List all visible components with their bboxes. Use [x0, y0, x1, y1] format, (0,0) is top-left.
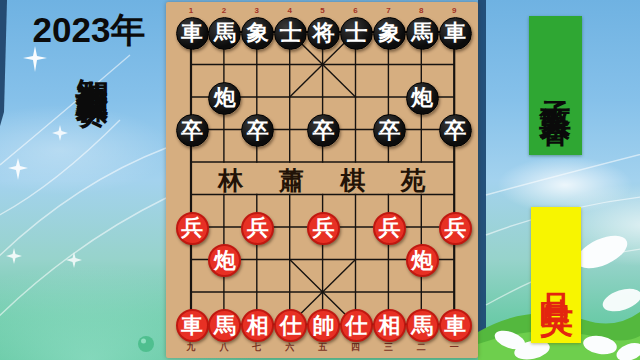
piece-red-相[interactable]: 相 — [373, 309, 406, 342]
top-coord-label: 3 — [248, 6, 266, 15]
piece-black-卒[interactable]: 卒 — [439, 114, 472, 147]
top-coord-label: 7 — [379, 6, 397, 15]
piece-black-士[interactable]: 士 — [274, 17, 307, 50]
bottom-coord-label: 四 — [347, 341, 365, 354]
piece-black-車[interactable]: 車 — [439, 17, 472, 50]
player-bottom-banner: 吕叶昊 — [531, 207, 581, 343]
piece-red-兵[interactable]: 兵 — [176, 212, 209, 245]
piece-red-兵[interactable]: 兵 — [439, 212, 472, 245]
tournament-title: 2023年 智力运动会象棋赛 — [18, 12, 160, 47]
piece-red-兵[interactable]: 兵 — [373, 212, 406, 245]
piece-red-仕[interactable]: 仕 — [340, 309, 373, 342]
bottom-coord-label: 八 — [215, 341, 233, 354]
piece-black-馬[interactable]: 馬 — [406, 17, 439, 50]
tournament-year: 2023年 — [18, 12, 160, 47]
tournament-name-vertical: 智力运动会象棋赛 — [72, 52, 112, 352]
top-coord-label: 9 — [445, 6, 463, 15]
piece-red-帥[interactable]: 帥 — [307, 309, 340, 342]
piece-black-士[interactable]: 士 — [340, 17, 373, 50]
top-coord-label: 2 — [215, 6, 233, 15]
piece-black-象[interactable]: 象 — [373, 17, 406, 50]
bottom-coord-label: 三 — [379, 341, 397, 354]
piece-black-象[interactable]: 象 — [241, 17, 274, 50]
top-coord-label: 1 — [182, 6, 200, 15]
piece-red-炮[interactable]: 炮 — [406, 244, 439, 277]
green-ball — [138, 336, 154, 352]
piece-black-車[interactable]: 車 — [176, 17, 209, 50]
player-bottom-name: 吕叶昊 — [534, 266, 579, 284]
bottom-coord-label: 一 — [445, 341, 463, 354]
bottom-coord-label: 六 — [281, 341, 299, 354]
piece-black-炮[interactable]: 炮 — [208, 82, 241, 115]
bottom-coord-label: 二 — [412, 341, 430, 354]
board-right-strip — [478, 0, 486, 360]
piece-black-卒[interactable]: 卒 — [307, 114, 340, 147]
player-top-name: 孟繁睿 — [534, 75, 578, 96]
top-coord-label: 5 — [314, 6, 332, 15]
xiangqi-board[interactable]: 林蕭棋苑 123456789 九八七六五四三二一 車馬象士将士象馬車炮炮卒卒卒卒… — [166, 2, 478, 358]
piece-black-炮[interactable]: 炮 — [406, 82, 439, 115]
piece-red-馬[interactable]: 馬 — [406, 309, 439, 342]
top-coord-label: 4 — [281, 6, 299, 15]
top-coord-label: 6 — [347, 6, 365, 15]
piece-black-卒[interactable]: 卒 — [373, 114, 406, 147]
piece-red-車[interactable]: 車 — [439, 309, 472, 342]
sparkle-stars — [6, 46, 82, 268]
piece-black-将[interactable]: 将 — [307, 17, 340, 50]
piece-red-兵[interactable]: 兵 — [241, 212, 274, 245]
top-coord-label: 8 — [412, 6, 430, 15]
piece-black-馬[interactable]: 馬 — [208, 17, 241, 50]
player-top-banner: 孟繁睿 — [529, 16, 582, 155]
bottom-coord-label: 七 — [248, 341, 266, 354]
screenshot-stage: 2023年 智力运动会象棋赛 林蕭棋苑 123456789 九八七六五四三二一 … — [0, 0, 640, 360]
piece-black-卒[interactable]: 卒 — [176, 114, 209, 147]
piece-red-仕[interactable]: 仕 — [274, 309, 307, 342]
river-text: 林蕭棋苑 — [166, 164, 478, 197]
piece-red-兵[interactable]: 兵 — [307, 212, 340, 245]
bottom-coord-label: 五 — [314, 341, 332, 354]
left-edge-strip — [0, 0, 7, 126]
piece-red-車[interactable]: 車 — [176, 309, 209, 342]
green-ball-highlight — [141, 339, 146, 344]
bottom-coord-label: 九 — [182, 341, 200, 354]
